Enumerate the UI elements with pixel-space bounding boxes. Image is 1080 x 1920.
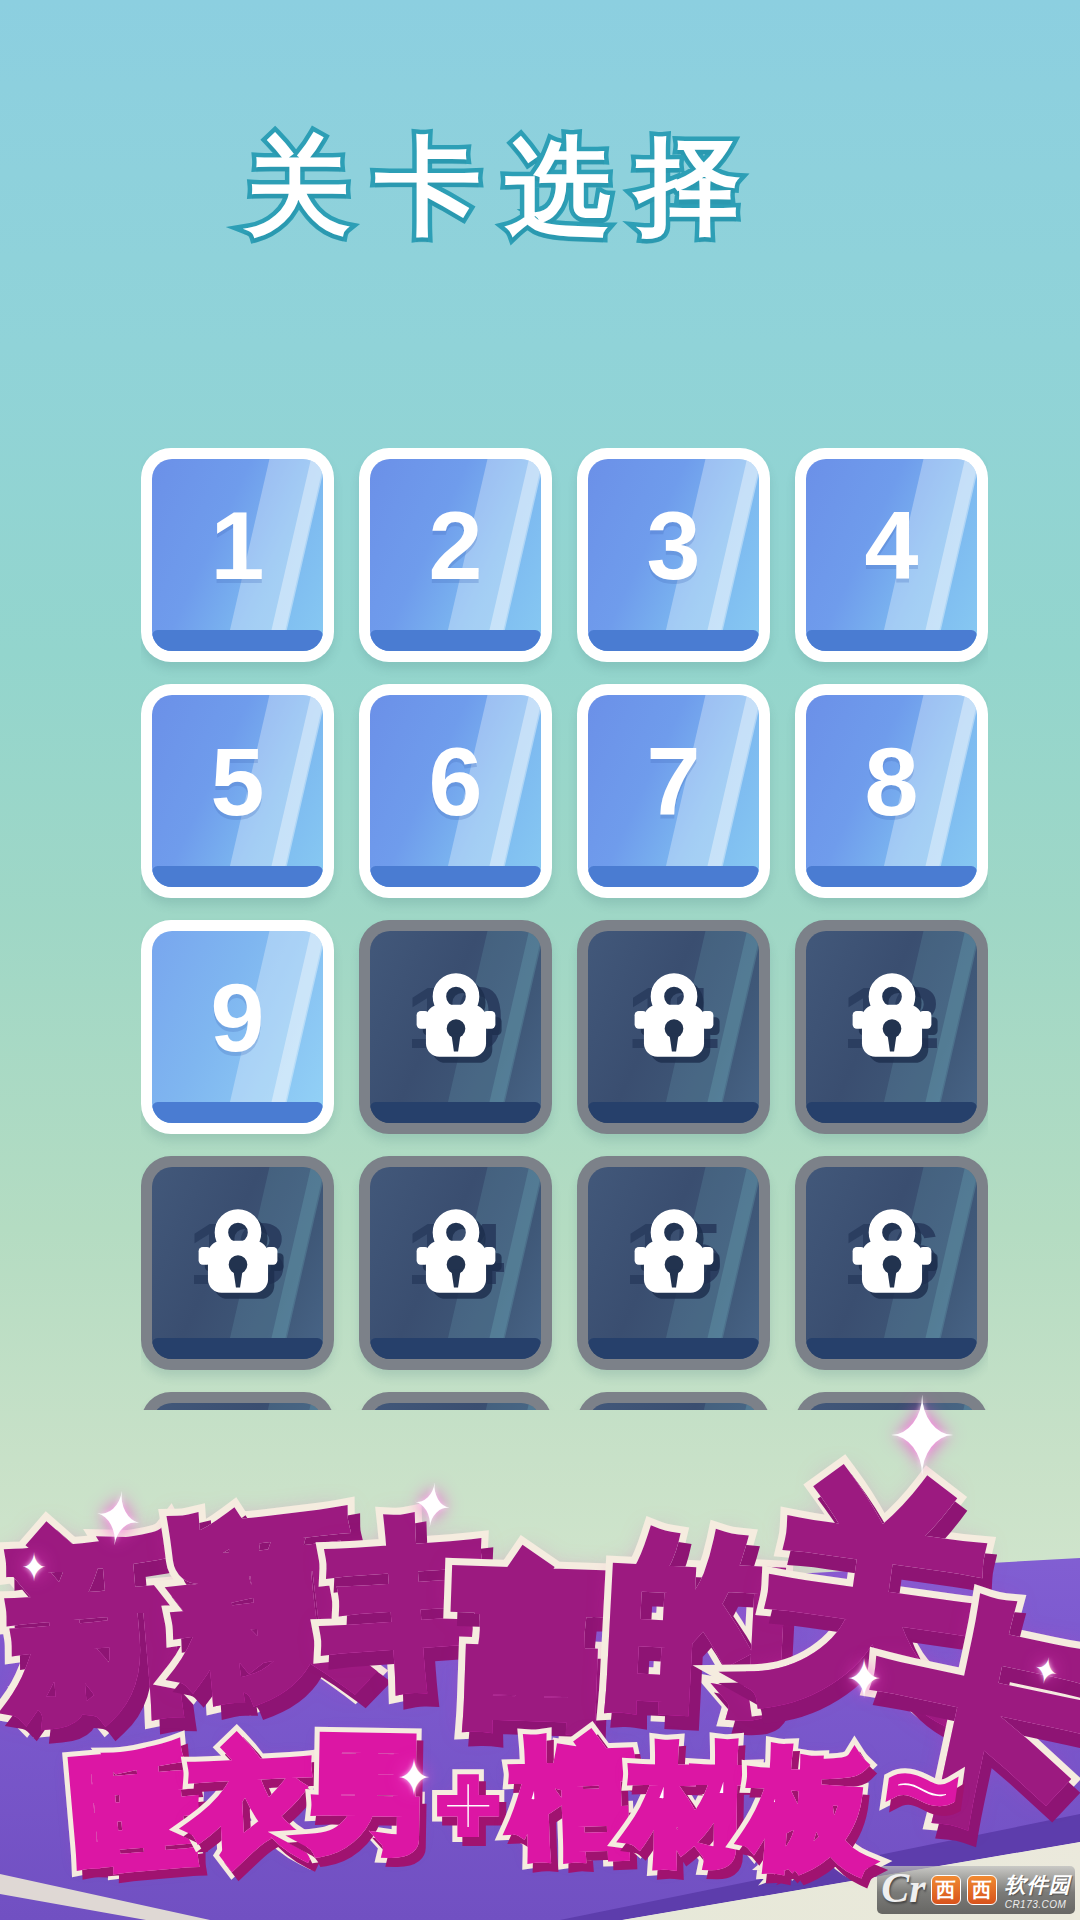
level-grid: 1234567891011121314151617181920 <box>141 448 988 1410</box>
tile-face: 7 <box>588 695 759 887</box>
tile-bottom-edge <box>152 1338 323 1359</box>
watermark-xi-icon: 西 <box>967 1875 997 1905</box>
level-tile-3[interactable]: 3 <box>577 448 770 662</box>
subline-char: 衣衣衣 <box>187 1737 317 1867</box>
tile-bottom-edge <box>152 630 323 651</box>
tile-bottom-edge <box>806 1102 977 1123</box>
subline-char: 睡睡睡 <box>68 1743 202 1877</box>
tile-bottom-edge <box>588 866 759 887</box>
tile-bottom-edge <box>806 630 977 651</box>
tile-face: 4 <box>806 459 977 651</box>
tile-face: 10 <box>370 931 541 1123</box>
tile-face: 8 <box>806 695 977 887</box>
tile-bottom-edge <box>370 1338 541 1359</box>
subline-char: 板板板 <box>744 1744 876 1876</box>
watermark-xi-icon: 西 <box>931 1875 961 1905</box>
tile-face: 1 <box>152 459 323 651</box>
site-watermark: Cr 西 西 软件园 CR173.COM <box>877 1866 1075 1914</box>
level-tile-10[interactable]: 10 <box>359 920 552 1134</box>
level-number: 9 <box>152 931 323 1105</box>
tile-face: 9 <box>152 931 323 1123</box>
level-tile-14[interactable]: 14 <box>359 1156 552 1370</box>
lock-icon <box>186 1201 290 1315</box>
level-tile-15[interactable]: 15 <box>577 1156 770 1370</box>
tile-face: 13 <box>152 1167 323 1359</box>
tile-bottom-edge <box>806 1338 977 1359</box>
level-tile-11[interactable]: 11 <box>577 920 770 1134</box>
subline-char: 棺棺棺 <box>510 1734 638 1862</box>
sparkle-icon: ✦ <box>410 1473 455 1539</box>
tile-bottom-edge <box>152 866 323 887</box>
tile-face: 5 <box>152 695 323 887</box>
level-number: 6 <box>370 695 541 869</box>
tile-face: 16 <box>806 1167 977 1359</box>
tile-face: 6 <box>370 695 541 887</box>
tile-face: 15 <box>588 1167 759 1359</box>
tile-bottom-edge <box>370 630 541 651</box>
subline-char: +++ <box>438 1752 499 1856</box>
subline-char: ~~~ <box>880 1726 963 1850</box>
level-tile-13[interactable]: 13 <box>141 1156 334 1370</box>
sparkle-icon: ✦ <box>397 1752 431 1804</box>
sparkle-icon: ✦ <box>846 1653 881 1708</box>
lock-icon <box>840 965 944 1079</box>
sparkle-icon: ✦ <box>21 1549 46 1588</box>
tile-bottom-edge <box>370 866 541 887</box>
tile-face: 11 <box>588 931 759 1123</box>
level-tile-4[interactable]: 4 <box>795 448 988 662</box>
tile-face: 2 <box>370 459 541 651</box>
page-title: 关卡选择 <box>0 116 1010 259</box>
tile-bottom-edge <box>152 1102 323 1123</box>
tile-bottom-edge <box>806 866 977 887</box>
level-number: 4 <box>806 459 977 633</box>
watermark-site-url: CR173.COM <box>1005 1899 1067 1910</box>
level-tile-6[interactable]: 6 <box>359 684 552 898</box>
level-tile-12[interactable]: 12 <box>795 920 988 1134</box>
lock-icon <box>840 1201 944 1315</box>
level-number: 8 <box>806 695 977 869</box>
level-number: 5 <box>152 695 323 869</box>
promo-banner: 新新新颖颖颖丰丰丰富富富的的的关关关卡卡卡 睡睡睡衣衣衣男男男+++棺棺棺材材材… <box>0 1380 1080 1920</box>
level-tile-16[interactable]: 16 <box>795 1156 988 1370</box>
level-tile-2[interactable]: 2 <box>359 448 552 662</box>
lock-icon <box>404 1201 508 1315</box>
level-tile-8[interactable]: 8 <box>795 684 988 898</box>
level-number: 1 <box>152 459 323 633</box>
level-number: 7 <box>588 695 759 869</box>
tile-face: 12 <box>806 931 977 1123</box>
level-number: 2 <box>370 459 541 633</box>
sparkle-icon: ✦ <box>90 1479 146 1561</box>
watermark-cr-logo-icon: Cr <box>881 1864 925 1912</box>
level-number: 3 <box>588 459 759 633</box>
watermark-site-name: 软件园 <box>1005 1871 1071 1899</box>
tile-bottom-edge <box>588 1102 759 1123</box>
level-tile-9[interactable]: 9 <box>141 920 334 1134</box>
tile-bottom-edge <box>588 1338 759 1359</box>
level-tile-5[interactable]: 5 <box>141 684 334 898</box>
sparkle-icon: ✦ <box>888 1385 957 1492</box>
tile-face: 14 <box>370 1167 541 1359</box>
lock-icon <box>622 965 726 1079</box>
lock-icon <box>622 1201 726 1315</box>
level-tile-1[interactable]: 1 <box>141 448 334 662</box>
subline-char: 材材材 <box>629 1741 755 1867</box>
lock-icon <box>404 965 508 1079</box>
level-tile-7[interactable]: 7 <box>577 684 770 898</box>
tile-face: 3 <box>588 459 759 651</box>
tile-bottom-edge <box>588 630 759 651</box>
tile-bottom-edge <box>370 1102 541 1123</box>
